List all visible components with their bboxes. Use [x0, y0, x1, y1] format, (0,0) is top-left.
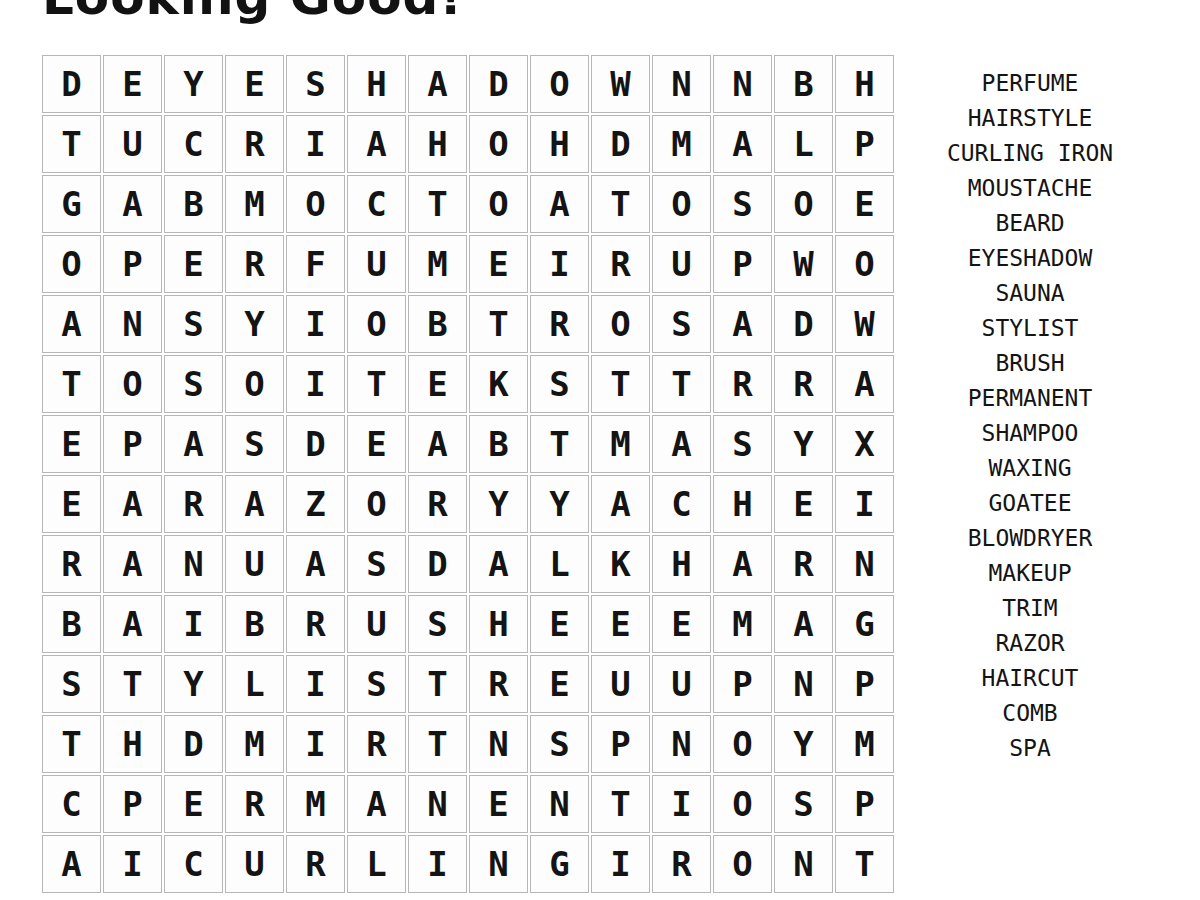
grid-cell[interactable]: D	[774, 295, 833, 353]
grid-cell[interactable]: D	[42, 55, 101, 113]
grid-cell[interactable]: M	[225, 175, 284, 233]
grid-cell[interactable]: O	[774, 175, 833, 233]
grid-cell[interactable]: Y	[469, 475, 528, 533]
grid-cell[interactable]: M	[286, 775, 345, 833]
grid-cell[interactable]: R	[225, 775, 284, 833]
grid-cell[interactable]: D	[164, 715, 223, 773]
grid-cell[interactable]: L	[530, 535, 589, 593]
word-list: PERFUMEHAIRSTYLECURLING IRONMOUSTACHEBEA…	[900, 66, 1160, 766]
grid-cell[interactable]: T	[530, 415, 589, 473]
grid-cell[interactable]: E	[347, 415, 406, 473]
grid-cell[interactable]: T	[408, 175, 467, 233]
grid-cell[interactable]: C	[164, 835, 223, 893]
grid-cell[interactable]: N	[469, 835, 528, 893]
grid-cell[interactable]: R	[286, 835, 345, 893]
grid-cell[interactable]: A	[347, 775, 406, 833]
grid-cell[interactable]: R	[225, 115, 284, 173]
grid-cell[interactable]: D	[591, 115, 650, 173]
grid-cell[interactable]: F	[286, 235, 345, 293]
grid-cell[interactable]: A	[225, 475, 284, 533]
grid-cell[interactable]: U	[652, 655, 711, 713]
grid-cell[interactable]: I	[286, 115, 345, 173]
grid-cell[interactable]: S	[652, 295, 711, 353]
grid-cell[interactable]: N	[164, 535, 223, 593]
grid-cell[interactable]: U	[347, 235, 406, 293]
grid-cell[interactable]: K	[469, 355, 528, 413]
grid-cell[interactable]: D	[286, 415, 345, 473]
grid-cell[interactable]: R	[774, 535, 833, 593]
word-list-item: GOATEE	[900, 486, 1160, 521]
puzzle-title: Looking Good!	[42, 0, 463, 26]
grid-cell[interactable]: S	[164, 355, 223, 413]
grid-cell[interactable]: I	[408, 835, 467, 893]
grid-cell[interactable]: A	[774, 595, 833, 653]
grid-cell[interactable]: E	[530, 595, 589, 653]
grid-cell[interactable]: S	[164, 295, 223, 353]
grid-cell[interactable]: A	[103, 595, 162, 653]
grid-cell[interactable]: W	[835, 295, 894, 353]
word-list-item: CURLING IRON	[900, 136, 1160, 171]
grid-cell[interactable]: I	[591, 835, 650, 893]
grid-cell[interactable]: R	[164, 475, 223, 533]
grid-cell[interactable]: O	[713, 835, 772, 893]
word-list-item: MOUSTACHE	[900, 171, 1160, 206]
grid-cell[interactable]: T	[591, 355, 650, 413]
grid-cell[interactable]: T	[42, 115, 101, 173]
grid-cell[interactable]: A	[591, 475, 650, 533]
grid-cell[interactable]: E	[774, 475, 833, 533]
grid-cell[interactable]: G	[42, 175, 101, 233]
grid-cell[interactable]: B	[225, 595, 284, 653]
grid-cell[interactable]: P	[835, 655, 894, 713]
word-list-item: RAZOR	[900, 626, 1160, 661]
grid-cell[interactable]: I	[103, 835, 162, 893]
grid-cell[interactable]: H	[530, 115, 589, 173]
grid-cell[interactable]: E	[469, 775, 528, 833]
grid-cell[interactable]: D	[408, 535, 467, 593]
grid-cell[interactable]: O	[469, 115, 528, 173]
grid-cell[interactable]: A	[42, 835, 101, 893]
grid-cell[interactable]: H	[347, 55, 406, 113]
grid-cell[interactable]: E	[103, 55, 162, 113]
grid-cell[interactable]: T	[103, 655, 162, 713]
grid-cell[interactable]: S	[347, 535, 406, 593]
grid-cell[interactable]: B	[42, 595, 101, 653]
grid-cell[interactable]: H	[408, 115, 467, 173]
grid-cell[interactable]: E	[164, 235, 223, 293]
grid-cell[interactable]: S	[713, 415, 772, 473]
grid-cell[interactable]: Y	[774, 715, 833, 773]
grid-cell[interactable]: N	[713, 55, 772, 113]
grid-cell[interactable]: U	[103, 115, 162, 173]
grid-cell[interactable]: M	[225, 715, 284, 773]
grid-cell[interactable]: O	[835, 235, 894, 293]
grid-cell[interactable]: R	[774, 355, 833, 413]
grid-cell[interactable]: R	[713, 355, 772, 413]
grid-cell[interactable]: S	[530, 355, 589, 413]
grid-cell[interactable]: N	[652, 55, 711, 113]
grid-cell[interactable]: B	[408, 295, 467, 353]
grid-cell[interactable]: O	[286, 175, 345, 233]
word-list-item: HAIRCUT	[900, 661, 1160, 696]
grid-cell[interactable]: N	[774, 835, 833, 893]
grid-cell[interactable]: I	[286, 655, 345, 713]
grid-cell[interactable]: M	[408, 235, 467, 293]
grid-cell[interactable]: A	[347, 115, 406, 173]
grid-cell[interactable]: T	[42, 355, 101, 413]
grid-cell[interactable]: A	[713, 115, 772, 173]
word-list-item: STYLIST	[900, 311, 1160, 346]
grid-cell[interactable]: B	[774, 55, 833, 113]
grid-cell[interactable]: P	[103, 415, 162, 473]
grid-cell[interactable]: A	[713, 295, 772, 353]
grid-cell[interactable]: T	[652, 355, 711, 413]
grid-cell[interactable]: L	[347, 835, 406, 893]
grid-cell[interactable]: M	[591, 415, 650, 473]
grid-cell[interactable]: Y	[225, 295, 284, 353]
grid-cell[interactable]: E	[530, 655, 589, 713]
grid-cell[interactable]: K	[591, 535, 650, 593]
grid-cell[interactable]: O	[591, 295, 650, 353]
grid-cell[interactable]: T	[469, 295, 528, 353]
grid-cell[interactable]: S	[225, 415, 284, 473]
grid-cell[interactable]: S	[408, 595, 467, 653]
grid-cell[interactable]: O	[347, 295, 406, 353]
grid-cell[interactable]: E	[835, 175, 894, 233]
grid-cell[interactable]: H	[835, 55, 894, 113]
grid-cell[interactable]: M	[713, 595, 772, 653]
grid-cell[interactable]: N	[408, 775, 467, 833]
grid-cell[interactable]: R	[591, 235, 650, 293]
grid-cell[interactable]: O	[530, 55, 589, 113]
grid-cell[interactable]: P	[713, 655, 772, 713]
grid-cell[interactable]: C	[652, 475, 711, 533]
grid-cell[interactable]: S	[347, 655, 406, 713]
grid-cell[interactable]: S	[42, 655, 101, 713]
grid-cell[interactable]: Y	[530, 475, 589, 533]
grid-cell[interactable]: E	[652, 595, 711, 653]
grid-cell[interactable]: O	[713, 715, 772, 773]
grid-cell[interactable]: I	[286, 715, 345, 773]
word-list-item: WAXING	[900, 451, 1160, 486]
grid-cell[interactable]: S	[530, 715, 589, 773]
grid-cell[interactable]: R	[469, 655, 528, 713]
grid-cell[interactable]: H	[652, 535, 711, 593]
grid-cell[interactable]: T	[347, 355, 406, 413]
grid-cell[interactable]: C	[42, 775, 101, 833]
grid-cell[interactable]: E	[42, 415, 101, 473]
grid-cell[interactable]: O	[225, 355, 284, 413]
grid-cell[interactable]: H	[713, 475, 772, 533]
grid-cell[interactable]: Z	[286, 475, 345, 533]
grid-cell[interactable]: R	[225, 235, 284, 293]
grid-cell[interactable]: U	[225, 535, 284, 593]
grid-cell[interactable]: P	[713, 235, 772, 293]
grid-cell[interactable]: T	[408, 655, 467, 713]
grid-cell[interactable]: H	[103, 715, 162, 773]
grid-cell[interactable]: T	[591, 775, 650, 833]
grid-cell[interactable]: G	[530, 835, 589, 893]
grid-cell[interactable]: E	[408, 355, 467, 413]
grid-cell[interactable]: N	[469, 715, 528, 773]
grid-cell[interactable]: N	[530, 775, 589, 833]
grid-cell[interactable]: P	[835, 115, 894, 173]
grid-cell[interactable]: T	[42, 715, 101, 773]
grid-cell[interactable]: T	[835, 835, 894, 893]
grid-cell[interactable]: I	[286, 295, 345, 353]
grid-cell[interactable]: R	[530, 295, 589, 353]
grid-cell[interactable]: I	[164, 595, 223, 653]
grid-cell[interactable]: O	[652, 175, 711, 233]
grid-cell[interactable]: A	[164, 415, 223, 473]
grid-cell[interactable]: O	[42, 235, 101, 293]
grid-cell[interactable]: B	[164, 175, 223, 233]
grid-cell[interactable]: T	[408, 715, 467, 773]
grid-cell[interactable]: E	[225, 55, 284, 113]
grid-cell[interactable]: R	[42, 535, 101, 593]
word-list-item: BEARD	[900, 206, 1160, 241]
grid-cell[interactable]: E	[164, 775, 223, 833]
grid-cell[interactable]: E	[42, 475, 101, 533]
grid-cell[interactable]: C	[164, 115, 223, 173]
grid-cell[interactable]: C	[347, 175, 406, 233]
word-list-item: SHAMPOO	[900, 416, 1160, 451]
grid-cell[interactable]: A	[835, 355, 894, 413]
word-list-item: EYESHADOW	[900, 241, 1160, 276]
word-list-item: TRIM	[900, 591, 1160, 626]
grid-cell[interactable]: O	[713, 775, 772, 833]
grid-cell[interactable]: L	[774, 115, 833, 173]
word-list-item: HAIRSTYLE	[900, 101, 1160, 136]
grid-cell[interactable]: S	[774, 775, 833, 833]
grid-cell[interactable]: R	[408, 475, 467, 533]
grid-cell[interactable]: N	[835, 535, 894, 593]
grid-cell[interactable]: H	[469, 595, 528, 653]
grid-cell[interactable]: O	[469, 175, 528, 233]
grid-cell[interactable]: M	[835, 715, 894, 773]
grid-cell[interactable]: N	[103, 295, 162, 353]
grid-cell[interactable]: R	[652, 835, 711, 893]
grid-cell[interactable]: I	[530, 235, 589, 293]
grid-cell[interactable]: Y	[164, 655, 223, 713]
grid-cell[interactable]: A	[42, 295, 101, 353]
word-list-item: PERFUME	[900, 66, 1160, 101]
grid-cell[interactable]: I	[652, 775, 711, 833]
grid-cell[interactable]: B	[469, 415, 528, 473]
grid-cell[interactable]: A	[469, 535, 528, 593]
grid-cell[interactable]: A	[530, 175, 589, 233]
grid-cell[interactable]: X	[835, 415, 894, 473]
grid-cell[interactable]: S	[286, 55, 345, 113]
word-list-item: MAKEUP	[900, 556, 1160, 591]
worksheet-page: Looking Good! DEYESHADOWNNBHTUCRIAHOHDMA…	[0, 0, 1200, 900]
letter-grid: DEYESHADOWNNBHTUCRIAHOHDMALPGABMOCTOATOS…	[42, 55, 894, 893]
grid-cell[interactable]: W	[591, 55, 650, 113]
grid-cell[interactable]: N	[774, 655, 833, 713]
word-list-item: SPA	[900, 731, 1160, 766]
grid-cell[interactable]: P	[103, 775, 162, 833]
grid-cell[interactable]: N	[652, 715, 711, 773]
grid-cell[interactable]: I	[835, 475, 894, 533]
grid-cell[interactable]: A	[103, 175, 162, 233]
grid-cell[interactable]: R	[347, 715, 406, 773]
grid-cell[interactable]: A	[408, 415, 467, 473]
grid-cell[interactable]: Y	[164, 55, 223, 113]
grid-cell[interactable]: E	[469, 235, 528, 293]
grid-cell[interactable]: P	[103, 235, 162, 293]
grid-cell[interactable]: L	[225, 655, 284, 713]
grid-cell[interactable]: U	[591, 655, 650, 713]
grid-cell[interactable]: A	[103, 535, 162, 593]
grid-cell[interactable]: U	[347, 595, 406, 653]
grid-cell[interactable]: T	[591, 175, 650, 233]
grid-cell[interactable]: W	[774, 235, 833, 293]
word-list-item: BRUSH	[900, 346, 1160, 381]
grid-cell[interactable]: U	[225, 835, 284, 893]
grid-cell[interactable]: G	[835, 595, 894, 653]
grid-cell[interactable]: M	[652, 115, 711, 173]
grid-cell[interactable]: A	[103, 475, 162, 533]
grid-cell[interactable]: O	[103, 355, 162, 413]
grid-cell[interactable]: E	[591, 595, 650, 653]
grid-cell[interactable]: U	[652, 235, 711, 293]
grid-cell[interactable]: A	[713, 535, 772, 593]
grid-cell[interactable]: A	[286, 535, 345, 593]
grid-cell[interactable]: Y	[774, 415, 833, 473]
grid-cell[interactable]: I	[286, 355, 345, 413]
grid-cell[interactable]: P	[835, 775, 894, 833]
grid-cell[interactable]: S	[713, 175, 772, 233]
word-list-item: PERMANENT	[900, 381, 1160, 416]
grid-cell[interactable]: R	[286, 595, 345, 653]
word-list-item: BLOWDRYER	[900, 521, 1160, 556]
grid-cell[interactable]: A	[408, 55, 467, 113]
grid-cell[interactable]: A	[652, 415, 711, 473]
grid-cell[interactable]: P	[591, 715, 650, 773]
word-list-item: SAUNA	[900, 276, 1160, 311]
word-list-item: COMB	[900, 696, 1160, 731]
grid-cell[interactable]: O	[347, 475, 406, 533]
grid-cell[interactable]: D	[469, 55, 528, 113]
